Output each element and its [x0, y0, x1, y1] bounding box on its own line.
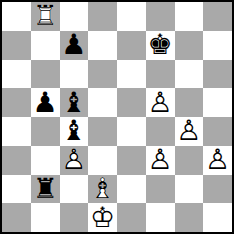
square-c3[interactable]: ♟♙: [60, 146, 89, 175]
square-a4[interactable]: [2, 117, 31, 146]
square-h7[interactable]: [203, 31, 232, 60]
white-king-outline-glyph: ♔: [88, 203, 117, 232]
chess-board: ♜♖♟♚♟♝♟♙♝♟♙♟♙♟♙♟♙♜♝♗♚♔: [0, 0, 234, 234]
white-pawn-piece[interactable]: ♟♙: [146, 88, 175, 117]
white-pawn-outline-glyph: ♙: [146, 88, 175, 117]
white-pawn-piece[interactable]: ♟♙: [203, 146, 232, 175]
black-rook-piece[interactable]: ♜: [31, 175, 60, 204]
white-pawn-outline-glyph: ♙: [146, 146, 175, 175]
black-king-piece[interactable]: ♚: [146, 31, 175, 60]
square-d6[interactable]: [88, 60, 117, 89]
black-bishop-glyph: ♝: [60, 88, 89, 117]
square-f3[interactable]: ♟♙: [146, 146, 175, 175]
square-c7[interactable]: ♟: [60, 31, 89, 60]
white-bishop-outline-glyph: ♗: [88, 175, 117, 204]
square-h4[interactable]: [203, 117, 232, 146]
square-d8[interactable]: [88, 2, 117, 31]
square-g3[interactable]: [175, 146, 204, 175]
square-c1[interactable]: [60, 203, 89, 232]
square-e4[interactable]: [117, 117, 146, 146]
square-h6[interactable]: [203, 60, 232, 89]
black-bishop-glyph: ♝: [60, 117, 89, 146]
square-e1[interactable]: [117, 203, 146, 232]
square-b4[interactable]: [31, 117, 60, 146]
square-g7[interactable]: [175, 31, 204, 60]
square-g4[interactable]: ♟♙: [175, 117, 204, 146]
square-f8[interactable]: [146, 2, 175, 31]
square-c6[interactable]: [60, 60, 89, 89]
square-h1[interactable]: [203, 203, 232, 232]
square-d7[interactable]: [88, 31, 117, 60]
square-e8[interactable]: [117, 2, 146, 31]
square-e2[interactable]: [117, 175, 146, 204]
square-h5[interactable]: [203, 88, 232, 117]
white-rook-piece[interactable]: ♜♖: [31, 2, 60, 31]
square-f6[interactable]: [146, 60, 175, 89]
white-pawn-piece[interactable]: ♟♙: [175, 117, 204, 146]
square-d1[interactable]: ♚♔: [88, 203, 117, 232]
square-d3[interactable]: [88, 146, 117, 175]
square-h3[interactable]: ♟♙: [203, 146, 232, 175]
square-a7[interactable]: [2, 31, 31, 60]
square-f7[interactable]: ♚: [146, 31, 175, 60]
square-b8[interactable]: ♜♖: [31, 2, 60, 31]
square-e5[interactable]: [117, 88, 146, 117]
white-king-piece[interactable]: ♚♔: [88, 203, 117, 232]
square-f5[interactable]: ♟♙: [146, 88, 175, 117]
square-e3[interactable]: [117, 146, 146, 175]
square-g6[interactable]: [175, 60, 204, 89]
square-b1[interactable]: [31, 203, 60, 232]
black-bishop-piece[interactable]: ♝: [60, 117, 89, 146]
white-bishop-piece[interactable]: ♝♗: [88, 175, 117, 204]
white-pawn-piece[interactable]: ♟♙: [60, 146, 89, 175]
square-a5[interactable]: [2, 88, 31, 117]
black-rook-glyph: ♜: [31, 175, 60, 204]
square-e7[interactable]: [117, 31, 146, 60]
square-g1[interactable]: [175, 203, 204, 232]
square-d2[interactable]: ♝♗: [88, 175, 117, 204]
black-pawn-piece[interactable]: ♟: [60, 31, 89, 60]
square-b7[interactable]: [31, 31, 60, 60]
square-b5[interactable]: ♟: [31, 88, 60, 117]
square-a3[interactable]: [2, 146, 31, 175]
square-b2[interactable]: ♜: [31, 175, 60, 204]
square-c4[interactable]: ♝: [60, 117, 89, 146]
square-f2[interactable]: [146, 175, 175, 204]
square-h2[interactable]: [203, 175, 232, 204]
square-c8[interactable]: [60, 2, 89, 31]
square-a6[interactable]: [2, 60, 31, 89]
square-g8[interactable]: [175, 2, 204, 31]
square-d5[interactable]: [88, 88, 117, 117]
square-g2[interactable]: [175, 175, 204, 204]
black-pawn-piece[interactable]: ♟: [31, 88, 60, 117]
black-pawn-glyph: ♟: [31, 88, 60, 117]
square-a8[interactable]: [2, 2, 31, 31]
square-e6[interactable]: [117, 60, 146, 89]
square-a1[interactable]: [2, 203, 31, 232]
white-rook-outline-glyph: ♖: [31, 2, 60, 31]
square-a2[interactable]: [2, 175, 31, 204]
white-pawn-outline-glyph: ♙: [60, 146, 89, 175]
black-king-glyph: ♚: [146, 31, 175, 60]
square-g5[interactable]: [175, 88, 204, 117]
square-h8[interactable]: [203, 2, 232, 31]
white-pawn-outline-glyph: ♙: [175, 117, 204, 146]
white-pawn-piece[interactable]: ♟♙: [146, 146, 175, 175]
square-c2[interactable]: [60, 175, 89, 204]
square-b6[interactable]: [31, 60, 60, 89]
square-f4[interactable]: [146, 117, 175, 146]
black-bishop-piece[interactable]: ♝: [60, 88, 89, 117]
square-d4[interactable]: [88, 117, 117, 146]
white-pawn-outline-glyph: ♙: [203, 146, 232, 175]
square-b3[interactable]: [31, 146, 60, 175]
square-f1[interactable]: [146, 203, 175, 232]
square-c5[interactable]: ♝: [60, 88, 89, 117]
black-pawn-glyph: ♟: [60, 31, 89, 60]
